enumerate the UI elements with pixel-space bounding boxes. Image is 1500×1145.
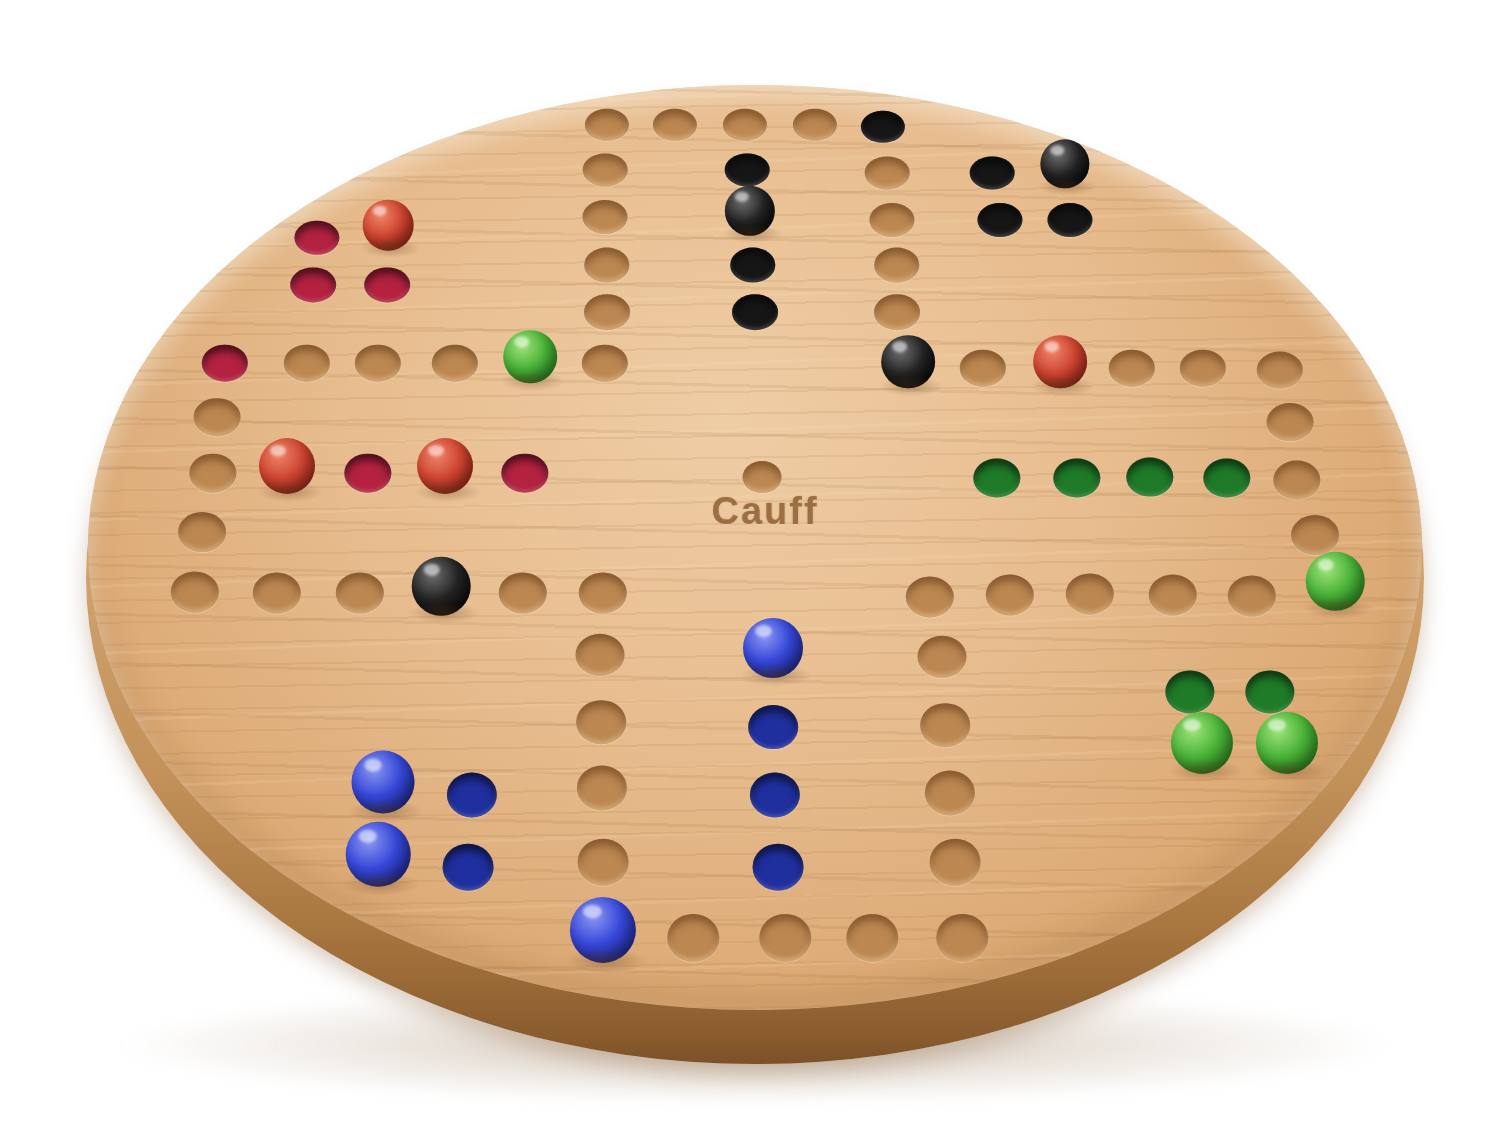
wood-grain-overlay — [88, 85, 1422, 1010]
brand-engraving: Cauff — [711, 490, 818, 533]
board-face — [88, 85, 1422, 1010]
board-photo-stage: Cauff — [0, 0, 1500, 1145]
